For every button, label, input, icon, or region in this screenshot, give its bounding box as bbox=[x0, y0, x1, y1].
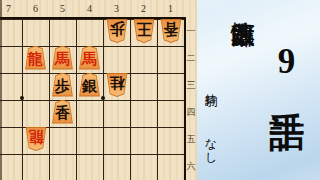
file-label-3: 3 bbox=[114, 3, 119, 14]
piece-kanji: 龍 bbox=[25, 50, 47, 70]
puzzle-title: 9手詰 bbox=[262, 42, 309, 90]
piece-21-gote-king: 王 bbox=[133, 19, 155, 43]
piece-kanji: 龍 bbox=[25, 127, 47, 147]
rank-label-5: 五 bbox=[187, 132, 196, 145]
file-label-4: 4 bbox=[87, 3, 92, 14]
piece-52-sente-promoted-bishop: 馬 bbox=[52, 46, 74, 70]
pieces-in-hand-value: なし bbox=[202, 129, 219, 158]
piece-kanji: 馬 bbox=[79, 50, 101, 70]
piece-kanji: 香 bbox=[52, 104, 74, 124]
piece-62-sente-promoted-rook: 龍 bbox=[25, 46, 47, 70]
file-label-7: 7 bbox=[6, 3, 11, 14]
file-label-2: 2 bbox=[141, 3, 146, 14]
shogi-board: 7654321 一二三四五六 歩王香龍馬馬歩銀桂香龍 bbox=[0, 0, 197, 180]
rank-label-2: 二 bbox=[187, 51, 196, 64]
piece-kanji: 香 bbox=[160, 19, 182, 39]
piece-43-sente-silver: 銀 bbox=[79, 73, 101, 97]
star-point-upper-left bbox=[20, 96, 24, 100]
board-left-edge bbox=[0, 0, 2, 180]
piece-65-gote-promoted-rook: 龍 bbox=[25, 127, 47, 151]
rank-label-4: 四 bbox=[187, 105, 196, 118]
file-label-5: 5 bbox=[60, 3, 65, 14]
piece-54-sente-lance: 香 bbox=[52, 100, 74, 124]
piece-53-sente-pawn: 歩 bbox=[52, 73, 74, 97]
piece-kanji: 歩 bbox=[52, 77, 74, 97]
piece-kanji: 馬 bbox=[52, 50, 74, 70]
piece-kanji: 歩 bbox=[106, 19, 128, 39]
rank-label-3: 三 bbox=[187, 78, 196, 91]
piece-33-gote-knight: 桂 bbox=[106, 73, 128, 97]
piece-kanji: 桂 bbox=[106, 73, 128, 93]
piece-kanji: 銀 bbox=[79, 77, 101, 97]
rank-label-6: 六 bbox=[187, 159, 196, 172]
piece-11-gote-lance: 香 bbox=[160, 19, 182, 43]
pieces-in-hand-label: 持駒 bbox=[202, 84, 219, 86]
piece-42-sente-promoted-bishop: 馬 bbox=[79, 46, 101, 70]
piece-31-gote-pawn: 歩 bbox=[106, 19, 128, 43]
star-point-upper-right bbox=[101, 96, 105, 100]
board-grid bbox=[0, 17, 186, 180]
file-label-6: 6 bbox=[33, 3, 38, 14]
piece-kanji: 王 bbox=[133, 19, 155, 39]
file-label-1: 1 bbox=[168, 3, 173, 14]
rank-label-1: 一 bbox=[187, 24, 196, 37]
tsume-shogi-thumbnail: 7654321 一二三四五六 歩王香龍馬馬歩銀桂香龍 9手詰 斎藤慎太郎八段 持… bbox=[0, 0, 320, 180]
